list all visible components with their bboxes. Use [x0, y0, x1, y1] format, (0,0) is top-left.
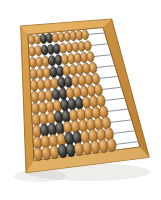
- abacus-bead-wood[interactable]: [89, 62, 98, 74]
- abacus-board: [0, 0, 161, 200]
- abacus-bead-wood[interactable]: [86, 51, 94, 62]
- abacus-bead-wood[interactable]: [81, 30, 89, 40]
- abacus-bead-wood[interactable]: [94, 84, 103, 96]
- abacus-bead-wood[interactable]: [84, 40, 92, 51]
- abacus-bead-wood[interactable]: [96, 94, 105, 107]
- abacus-bead-wood[interactable]: [91, 73, 100, 85]
- photo-canvas: [0, 0, 161, 200]
